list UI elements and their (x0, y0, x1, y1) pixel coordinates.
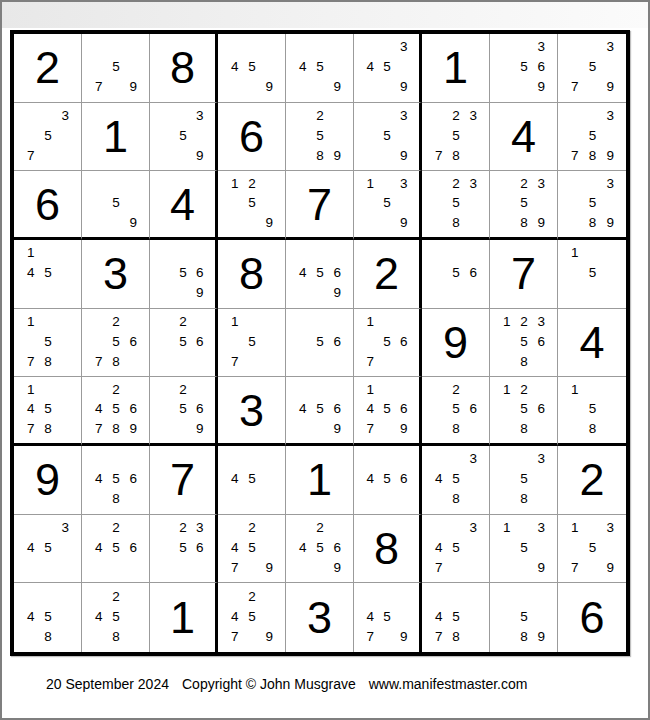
candidate-digit: 5 (379, 607, 396, 627)
candidate-digit: 9 (191, 283, 208, 303)
candidate-digit: 6 (125, 538, 142, 558)
footer-date: 20 September 2024 (46, 676, 169, 692)
candidate-digit: 5 (311, 538, 328, 558)
cell-r2c1: 357 (14, 103, 82, 172)
candidate-digit: 1 (566, 380, 584, 399)
candidate-digit: 9 (395, 627, 412, 647)
candidate-digit: 8 (515, 351, 532, 371)
candidate-digit: 5 (39, 538, 56, 558)
candidate-digit: 9 (125, 213, 142, 232)
candidate-digit: 2 (243, 518, 260, 538)
candidate-digit: 4 (22, 400, 39, 419)
candidate-digit: 9 (329, 145, 346, 165)
candidate-digit: 3 (601, 518, 619, 538)
cell-r8c6: 8 (354, 515, 422, 584)
cell-r6c5: 4569 (286, 377, 354, 446)
cell-r2c7: 23578 (422, 103, 490, 172)
given-digit: 1 (443, 45, 468, 90)
puzzle-page: 2579845945934591356935793571359625893592… (0, 0, 650, 720)
candidate-digit: 6 (191, 538, 208, 558)
candidate-digit: 2 (515, 380, 532, 399)
cell-r7c3: 7 (150, 446, 218, 515)
candidate-digit: 4 (226, 607, 243, 627)
candidate-digit: 8 (107, 419, 124, 438)
cell-r4c5: 4569 (286, 240, 354, 309)
cell-r8c4: 24579 (218, 515, 286, 584)
given-digit: 4 (170, 182, 195, 227)
candidate-digit: 6 (125, 400, 142, 419)
candidate-digit: 5 (447, 194, 464, 213)
candidate-digit: 1 (498, 380, 515, 399)
candidate-digit: 6 (329, 263, 346, 283)
cell-r8c1: 345 (14, 515, 82, 584)
candidate-digit: 9 (601, 213, 619, 232)
candidate-digit: 3 (395, 174, 412, 193)
cell-r3c9: 3589 (558, 171, 626, 240)
cell-r6c3: 2569 (150, 377, 218, 446)
cell-r8c9: 13579 (558, 515, 626, 584)
candidate-digit: 1 (566, 518, 584, 538)
candidate-digit: 7 (22, 351, 39, 371)
cell-r9c6: 4579 (354, 583, 422, 652)
cell-r6c9: 158 (558, 377, 626, 446)
candidate-digit: 3 (395, 37, 412, 57)
candidate-digit: 4 (294, 263, 311, 283)
candidate-digit: 1 (22, 380, 39, 399)
candidate-digit: 5 (379, 469, 396, 489)
window-top-strip (2, 2, 648, 28)
candidate-digit: 8 (584, 145, 602, 165)
footer-copyright: Copyright © John Musgrave (182, 676, 356, 692)
cell-r9c9: 6 (558, 583, 626, 652)
given-digit: 7 (307, 182, 332, 227)
candidate-digit: 8 (107, 351, 124, 371)
candidate-digit: 7 (90, 419, 107, 438)
candidate-digit: 9 (395, 213, 412, 232)
candidate-digit: 5 (175, 332, 192, 352)
candidate-digit: 8 (107, 489, 124, 509)
candidate-digit: 1 (498, 312, 515, 332)
candidate-digit: 4 (22, 607, 39, 627)
candidate-digit: 8 (447, 145, 464, 165)
candidate-digit: 6 (125, 469, 142, 489)
candidate-digit: 4 (294, 538, 311, 558)
candidate-digit: 7 (566, 77, 584, 97)
candidate-digit: 5 (515, 538, 532, 558)
cell-r7c4: 45 (218, 446, 286, 515)
candidate-digit: 8 (107, 627, 124, 647)
cell-r4c4: 8 (218, 240, 286, 309)
candidate-digit: 8 (447, 489, 464, 509)
candidate-digit: 2 (311, 106, 328, 126)
candidate-digit: 5 (243, 607, 260, 627)
candidate-digit: 5 (515, 469, 532, 489)
cell-r2c9: 35789 (558, 103, 626, 172)
given-digit: 3 (103, 251, 128, 296)
candidate-digit: 4 (430, 469, 447, 489)
cell-r7c1: 9 (14, 446, 82, 515)
cell-r5c5: 56 (286, 309, 354, 378)
candidate-digit: 5 (107, 469, 124, 489)
candidate-digit: 5 (584, 400, 602, 419)
candidate-digit: 5 (311, 332, 328, 352)
candidate-digit: 5 (107, 607, 124, 627)
given-digit: 2 (35, 45, 60, 90)
cell-r3c3: 4 (150, 171, 218, 240)
cell-r7c6: 456 (354, 446, 422, 515)
candidate-digit: 6 (395, 469, 412, 489)
candidate-digit: 4 (226, 538, 243, 558)
cell-r6c2: 2456789 (82, 377, 150, 446)
cell-r6c6: 145679 (354, 377, 422, 446)
candidate-digit: 3 (601, 106, 619, 126)
candidate-digit: 5 (515, 194, 532, 213)
candidate-digit: 5 (39, 400, 56, 419)
cell-r7c2: 4568 (82, 446, 150, 515)
given-digit: 7 (170, 457, 195, 502)
cell-r7c9: 2 (558, 446, 626, 515)
candidate-digit: 9 (533, 213, 550, 232)
candidate-digit: 8 (584, 419, 602, 438)
cell-r1c4: 459 (218, 34, 286, 103)
candidate-digit: 4 (22, 538, 39, 558)
candidate-digit: 3 (533, 449, 550, 469)
given-digit: 1 (307, 457, 332, 502)
cell-r5c2: 25678 (82, 309, 150, 378)
candidate-digit: 1 (22, 312, 39, 332)
candidate-digit: 4 (226, 469, 243, 489)
cell-r6c8: 12568 (490, 377, 558, 446)
cell-r5c4: 157 (218, 309, 286, 378)
candidate-digit: 8 (447, 213, 464, 232)
given-digit: 4 (579, 320, 604, 365)
cell-r9c5: 3 (286, 583, 354, 652)
candidate-digit: 4 (90, 607, 107, 627)
candidate-digit: 1 (362, 174, 379, 193)
cell-r1c7: 1 (422, 34, 490, 103)
cell-r3c7: 2358 (422, 171, 490, 240)
given-digit: 6 (239, 114, 264, 159)
candidate-digit: 8 (39, 419, 56, 438)
given-digit: 2 (579, 457, 604, 502)
candidate-digit: 1 (566, 243, 584, 263)
candidate-digit: 8 (311, 145, 328, 165)
candidate-digit: 2 (107, 312, 124, 332)
candidate-digit: 2 (515, 312, 532, 332)
cell-r9c7: 4578 (422, 583, 490, 652)
candidate-digit: 2 (311, 518, 328, 538)
candidate-digit: 1 (362, 312, 379, 332)
candidate-digit: 5 (379, 400, 396, 419)
candidate-digit: 9 (191, 419, 208, 438)
given-digit: 9 (443, 320, 468, 365)
candidate-digit: 5 (584, 126, 602, 146)
candidate-digit: 4 (90, 538, 107, 558)
candidate-digit: 2 (107, 380, 124, 399)
candidate-digit: 4 (362, 469, 379, 489)
candidate-digit: 7 (362, 627, 379, 647)
candidate-digit: 4 (430, 607, 447, 627)
candidate-digit: 4 (90, 469, 107, 489)
candidate-digit: 9 (601, 77, 619, 97)
cell-r3c4: 1259 (218, 171, 286, 240)
candidate-digit: 5 (243, 332, 260, 352)
cell-r2c3: 359 (150, 103, 218, 172)
candidate-digit: 4 (294, 57, 311, 77)
cell-r5c3: 256 (150, 309, 218, 378)
candidate-digit: 4 (226, 57, 243, 77)
cell-r8c5: 24569 (286, 515, 354, 584)
sudoku-board: 2579845945934591356935793571359625893592… (10, 30, 630, 656)
candidate-digit: 5 (175, 263, 192, 283)
candidate-digit: 5 (107, 400, 124, 419)
cell-r4c8: 7 (490, 240, 558, 309)
candidate-digit: 9 (329, 283, 346, 303)
candidate-digit: 5 (39, 332, 56, 352)
candidate-digit: 9 (261, 627, 278, 647)
cell-r4c2: 3 (82, 240, 150, 309)
candidate-digit: 8 (447, 419, 464, 438)
candidate-digit: 7 (430, 627, 447, 647)
candidate-digit: 9 (261, 77, 278, 97)
candidate-digit: 2 (515, 174, 532, 193)
candidate-digit: 5 (107, 57, 124, 77)
footer: 20 September 2024 Copyright © John Musgr… (46, 676, 527, 692)
candidate-digit: 5 (379, 332, 396, 352)
given-digit: 6 (35, 182, 60, 227)
cell-r1c3: 8 (150, 34, 218, 103)
candidate-digit: 4 (362, 607, 379, 627)
given-digit: 8 (374, 526, 399, 571)
candidate-digit: 5 (379, 57, 396, 77)
given-digit: 9 (35, 457, 60, 502)
candidate-digit: 3 (191, 106, 208, 126)
candidate-digit: 2 (175, 312, 192, 332)
candidate-digit: 4 (430, 538, 447, 558)
cell-r8c7: 3457 (422, 515, 490, 584)
candidate-digit: 4 (362, 400, 379, 419)
cell-r3c5: 7 (286, 171, 354, 240)
candidate-digit: 4 (22, 263, 39, 283)
candidate-digit: 3 (533, 174, 550, 193)
candidate-digit: 5 (243, 469, 260, 489)
candidate-digit: 6 (465, 400, 482, 419)
cell-r5c9: 4 (558, 309, 626, 378)
cell-r1c5: 459 (286, 34, 354, 103)
candidate-digit: 7 (90, 77, 107, 97)
cell-r3c2: 59 (82, 171, 150, 240)
candidate-digit: 6 (533, 57, 550, 77)
candidate-digit: 3 (465, 174, 482, 193)
given-digit: 4 (511, 114, 536, 159)
candidate-digit: 5 (379, 126, 396, 146)
candidate-digit: 7 (226, 351, 243, 371)
candidate-digit: 5 (584, 263, 602, 283)
candidate-digit: 5 (39, 126, 56, 146)
cell-r6c1: 14578 (14, 377, 82, 446)
candidate-digit: 5 (175, 126, 192, 146)
candidate-digit: 5 (447, 469, 464, 489)
candidate-digit: 3 (533, 312, 550, 332)
candidate-digit: 8 (515, 627, 532, 647)
cell-r5c7: 9 (422, 309, 490, 378)
candidate-digit: 5 (584, 57, 602, 77)
cell-r1c8: 3569 (490, 34, 558, 103)
candidate-digit: 2 (107, 586, 124, 606)
candidate-digit: 3 (465, 106, 482, 126)
candidate-digit: 3 (465, 518, 482, 538)
cell-r1c2: 579 (82, 34, 150, 103)
candidate-digit: 8 (515, 419, 532, 438)
candidate-digit: 5 (311, 57, 328, 77)
candidate-digit: 7 (226, 557, 243, 577)
candidate-digit: 7 (22, 419, 39, 438)
candidate-digit: 7 (566, 145, 584, 165)
candidate-digit: 5 (107, 194, 124, 213)
candidate-digit: 5 (39, 263, 56, 283)
candidate-digit: 3 (465, 449, 482, 469)
candidate-digit: 8 (515, 213, 532, 232)
cell-r2c8: 4 (490, 103, 558, 172)
candidate-digit: 9 (395, 145, 412, 165)
cell-r2c5: 2589 (286, 103, 354, 172)
cell-r7c5: 1 (286, 446, 354, 515)
candidate-digit: 5 (515, 332, 532, 352)
candidate-digit: 5 (175, 400, 192, 419)
candidate-digit: 5 (311, 126, 328, 146)
candidate-digit: 7 (362, 351, 379, 371)
cell-r3c1: 6 (14, 171, 82, 240)
candidate-digit: 9 (261, 557, 278, 577)
candidate-digit: 3 (533, 518, 550, 538)
candidate-digit: 5 (311, 400, 328, 419)
cell-r6c7: 2568 (422, 377, 490, 446)
candidate-digit: 9 (601, 557, 619, 577)
candidate-digit: 6 (191, 400, 208, 419)
cell-r9c3: 1 (150, 583, 218, 652)
candidate-digit: 8 (447, 627, 464, 647)
cell-r1c6: 3459 (354, 34, 422, 103)
candidate-digit: 6 (533, 400, 550, 419)
candidate-digit: 5 (447, 538, 464, 558)
candidate-digit: 6 (191, 263, 208, 283)
candidate-digit: 6 (191, 332, 208, 352)
candidate-digit: 5 (447, 126, 464, 146)
candidate-digit: 5 (515, 400, 532, 419)
candidate-digit: 8 (515, 489, 532, 509)
candidate-digit: 8 (39, 627, 56, 647)
candidate-digit: 2 (243, 174, 260, 193)
candidate-digit: 2 (175, 518, 192, 538)
candidate-digit: 5 (447, 263, 464, 283)
candidate-digit: 7 (430, 557, 447, 577)
cell-r8c2: 2456 (82, 515, 150, 584)
candidate-digit: 6 (329, 332, 346, 352)
candidate-digit: 7 (22, 145, 39, 165)
cell-r3c6: 1359 (354, 171, 422, 240)
candidate-digit: 2 (447, 380, 464, 399)
candidate-digit: 2 (447, 174, 464, 193)
candidate-digit: 5 (584, 538, 602, 558)
given-digit: 1 (103, 114, 128, 159)
cell-r5c6: 1567 (354, 309, 422, 378)
candidate-digit: 9 (601, 145, 619, 165)
given-digit: 1 (170, 595, 195, 640)
cell-r4c9: 15 (558, 240, 626, 309)
candidate-digit: 5 (107, 538, 124, 558)
given-digit: 7 (511, 251, 536, 296)
cell-r4c7: 56 (422, 240, 490, 309)
footer-website: www.manifestmaster.com (369, 676, 528, 692)
cell-r7c7: 3458 (422, 446, 490, 515)
candidate-digit: 1 (226, 174, 243, 193)
cell-r1c1: 2 (14, 34, 82, 103)
candidate-digit: 5 (311, 263, 328, 283)
candidate-digit: 2 (243, 586, 260, 606)
candidate-digit: 5 (447, 400, 464, 419)
candidate-digit: 5 (515, 607, 532, 627)
candidate-digit: 5 (175, 538, 192, 558)
candidate-digit: 9 (533, 77, 550, 97)
candidate-digit: 9 (191, 145, 208, 165)
candidate-digit: 3 (533, 37, 550, 57)
cell-r9c8: 589 (490, 583, 558, 652)
candidate-digit: 5 (243, 194, 260, 213)
cell-r9c4: 24579 (218, 583, 286, 652)
cell-r2c4: 6 (218, 103, 286, 172)
candidate-digit: 7 (430, 145, 447, 165)
candidate-digit: 9 (125, 77, 142, 97)
given-digit: 2 (374, 251, 399, 296)
candidate-digit: 3 (57, 518, 74, 538)
cell-r5c8: 123568 (490, 309, 558, 378)
candidate-digit: 9 (533, 557, 550, 577)
candidate-digit: 9 (329, 77, 346, 97)
candidate-digit: 5 (584, 194, 602, 213)
candidate-digit: 5 (243, 57, 260, 77)
candidate-digit: 6 (395, 332, 412, 352)
candidate-digit: 8 (39, 351, 56, 371)
candidate-digit: 8 (584, 213, 602, 232)
cell-r4c3: 569 (150, 240, 218, 309)
cell-r4c1: 145 (14, 240, 82, 309)
candidate-digit: 5 (39, 607, 56, 627)
candidate-digit: 9 (125, 419, 142, 438)
candidate-digit: 1 (22, 243, 39, 263)
candidate-digit: 1 (498, 518, 515, 538)
candidate-digit: 5 (379, 194, 396, 213)
candidate-digit: 2 (447, 106, 464, 126)
cell-r9c2: 2458 (82, 583, 150, 652)
candidate-digit: 6 (533, 332, 550, 352)
candidate-digit: 5 (515, 57, 532, 77)
cell-r2c6: 359 (354, 103, 422, 172)
candidate-digit: 3 (395, 106, 412, 126)
cell-r4c6: 2 (354, 240, 422, 309)
candidate-digit: 4 (362, 57, 379, 77)
candidate-digit: 9 (395, 419, 412, 438)
candidate-digit: 9 (395, 77, 412, 97)
candidate-digit: 3 (57, 106, 74, 126)
candidate-digit: 3 (191, 518, 208, 538)
candidate-digit: 2 (175, 380, 192, 399)
given-digit: 3 (307, 595, 332, 640)
candidate-digit: 4 (294, 400, 311, 419)
candidate-digit: 3 (601, 37, 619, 57)
cell-r9c1: 458 (14, 583, 82, 652)
given-digit: 6 (579, 595, 604, 640)
candidate-digit: 9 (261, 213, 278, 232)
